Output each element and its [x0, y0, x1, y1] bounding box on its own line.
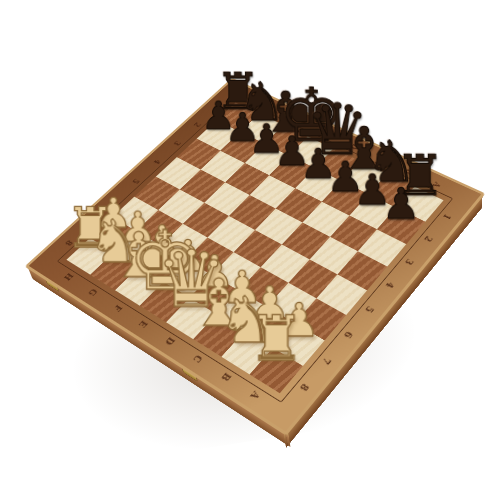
chess-set-photo: HGFEDCBA HGFEDCBA 12345678 12345678 ♜♞♝♚… — [0, 0, 500, 500]
piece-black-pawn: ♟ — [340, 183, 462, 226]
piece-white-rook: ♜ — [209, 308, 343, 371]
